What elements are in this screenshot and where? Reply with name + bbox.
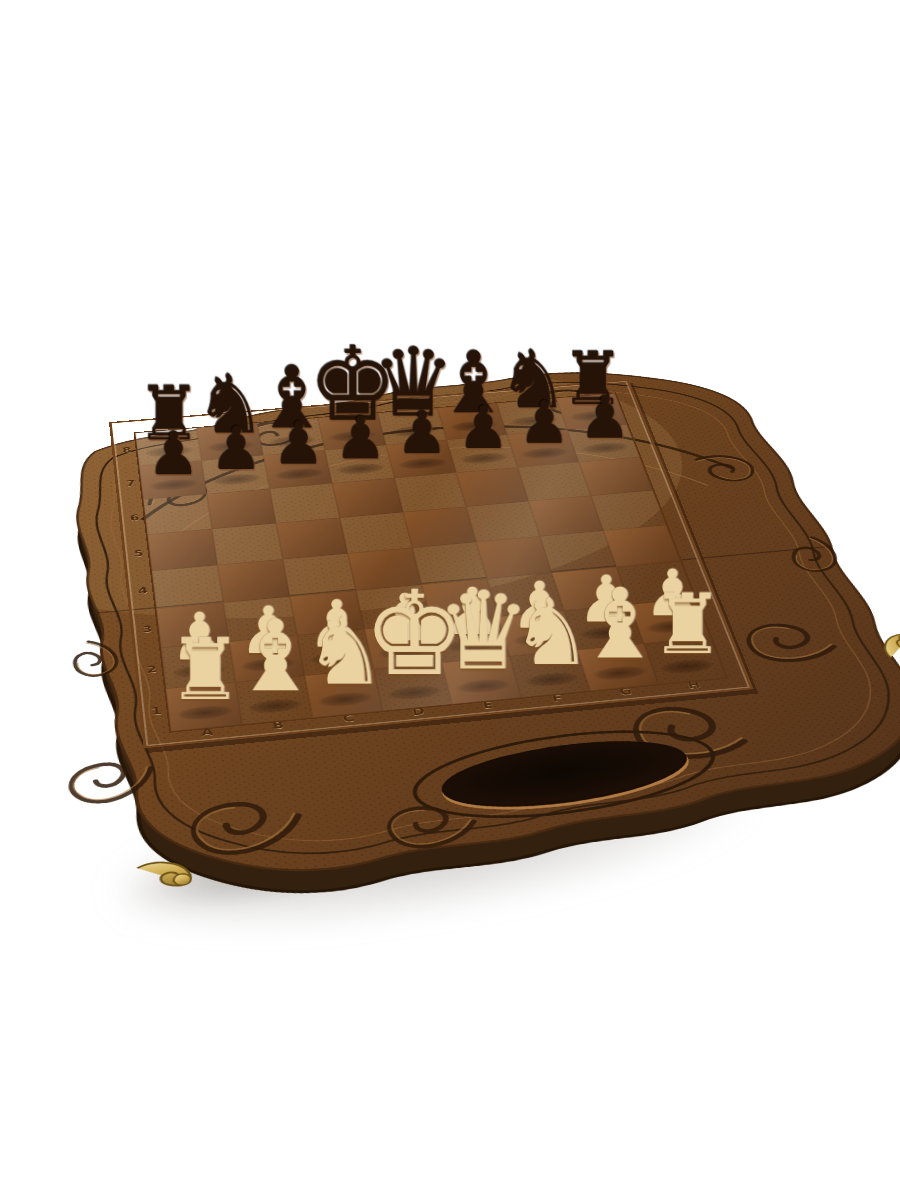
square-h6[interactable]: [579, 457, 653, 496]
square-b7[interactable]: ♟: [201, 455, 269, 494]
black-pawn[interactable]: ♟: [457, 399, 509, 458]
product-photo: 87654321 ABCDEFGH ♜♞♝♚♛♝♞♜♟♟♟♟♟♟♟♟♟♟♟♟♟♟…: [0, 0, 900, 1200]
black-pawn[interactable]: ♟: [396, 404, 448, 463]
scene: 87654321 ABCDEFGH ♜♞♝♚♛♝♞♜♟♟♟♟♟♟♟♟♟♟♟♟♟♟…: [0, 0, 900, 1200]
square-h7[interactable]: ♟: [567, 425, 639, 463]
square-b6[interactable]: [207, 489, 276, 529]
square-a6[interactable]: [143, 494, 212, 534]
square-c5[interactable]: [276, 518, 348, 560]
square-e7[interactable]: ♟: [386, 440, 456, 478]
board-plane: 87654321 ABCDEFGH ♜♞♝♚♛♝♞♜♟♟♟♟♟♟♟♟♟♟♟♟♟♟…: [8, 330, 900, 916]
square-f7[interactable]: ♟: [447, 435, 518, 473]
black-pawn[interactable]: ♟: [210, 419, 262, 478]
square-a7[interactable]: ♟: [139, 460, 206, 499]
square-c7[interactable]: ♟: [263, 450, 332, 489]
square-h5[interactable]: [591, 490, 666, 530]
white-bishop[interactable]: ♝: [231, 606, 318, 705]
black-pawn[interactable]: ♟: [147, 425, 199, 485]
square-g7[interactable]: ♟: [507, 430, 579, 468]
black-pawn[interactable]: ♟: [272, 414, 324, 473]
square-b1[interactable]: ♝: [236, 676, 313, 725]
white-rook[interactable]: ♜: [167, 627, 242, 712]
square-g6[interactable]: [518, 462, 591, 501]
chess-board[interactable]: ♜♞♝♚♛♝♞♜♟♟♟♟♟♟♟♟♟♟♟♟♟♟♟♟♜♝♞♚♛♞♝♜: [135, 393, 726, 731]
square-d6[interactable]: [332, 478, 403, 518]
square-a5[interactable]: [148, 529, 218, 571]
brass-latch-bottom-left: [132, 859, 197, 888]
square-a1[interactable]: ♜: [166, 682, 242, 731]
square-e5[interactable]: [403, 507, 476, 548]
black-pawn[interactable]: ♟: [518, 394, 569, 453]
black-pawn[interactable]: ♟: [579, 389, 630, 447]
black-pawn[interactable]: ♟: [334, 409, 386, 468]
